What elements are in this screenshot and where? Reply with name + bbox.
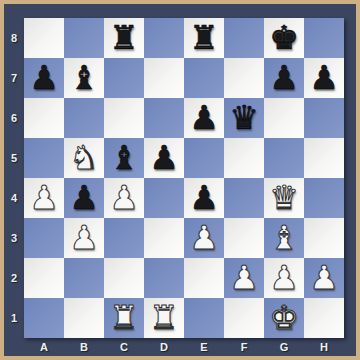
square-a6[interactable]: [24, 98, 64, 138]
square-d4[interactable]: [144, 178, 184, 218]
black-pawn-icon: ♟: [309, 61, 339, 94]
file-label-e: E: [184, 338, 224, 356]
white-knight-icon: ♞: [69, 141, 99, 174]
square-g4[interactable]: ♛: [264, 178, 304, 218]
square-a8[interactable]: [24, 18, 64, 58]
square-a4[interactable]: ♟: [24, 178, 64, 218]
square-b8[interactable]: [64, 18, 104, 58]
white-pawn-icon: ♟: [269, 261, 299, 294]
black-rook-icon: ♜: [109, 21, 139, 54]
square-h4[interactable]: [304, 178, 344, 218]
rank-labels: 87654321: [4, 18, 24, 338]
square-e4[interactable]: ♟: [184, 178, 224, 218]
white-pawn-icon: ♟: [69, 221, 99, 254]
file-label-g: G: [264, 338, 304, 356]
square-g3[interactable]: ♝: [264, 218, 304, 258]
file-label-d: D: [144, 338, 184, 356]
black-bishop-icon: ♝: [69, 61, 99, 94]
white-pawn-icon: ♟: [229, 261, 259, 294]
white-pawn-icon: ♟: [189, 221, 219, 254]
black-pawn-icon: ♟: [189, 181, 219, 214]
square-d3[interactable]: [144, 218, 184, 258]
file-label-f: F: [224, 338, 264, 356]
square-c2[interactable]: [104, 258, 144, 298]
black-bishop-icon: ♝: [109, 141, 139, 174]
black-pawn-icon: ♟: [69, 181, 99, 214]
file-label-c: C: [104, 338, 144, 356]
square-g5[interactable]: [264, 138, 304, 178]
square-e6[interactable]: ♟: [184, 98, 224, 138]
rank-label-5: 5: [4, 138, 24, 178]
square-b7[interactable]: ♝: [64, 58, 104, 98]
square-d2[interactable]: [144, 258, 184, 298]
square-e7[interactable]: [184, 58, 224, 98]
rank-label-2: 2: [4, 258, 24, 298]
square-d1[interactable]: ♜: [144, 298, 184, 338]
square-d8[interactable]: [144, 18, 184, 58]
square-g8[interactable]: ♚: [264, 18, 304, 58]
white-rook-icon: ♜: [149, 301, 179, 334]
square-g6[interactable]: [264, 98, 304, 138]
square-h5[interactable]: [304, 138, 344, 178]
rank-label-7: 7: [4, 58, 24, 98]
square-a7[interactable]: ♟: [24, 58, 64, 98]
square-c7[interactable]: [104, 58, 144, 98]
chess-diagram: 87654321 ♜♜♚♟♝♟♟♟♛♞♝♟♟♟♟♟♛♟♟♝♟♟♟♜♜♚ ABCD…: [0, 0, 360, 360]
square-f5[interactable]: [224, 138, 264, 178]
rank-label-4: 4: [4, 178, 24, 218]
square-d6[interactable]: [144, 98, 184, 138]
square-a1[interactable]: [24, 298, 64, 338]
black-pawn-icon: ♟: [149, 141, 179, 174]
square-d7[interactable]: [144, 58, 184, 98]
square-h2[interactable]: ♟: [304, 258, 344, 298]
square-f6[interactable]: ♛: [224, 98, 264, 138]
black-rook-icon: ♜: [189, 21, 219, 54]
square-f7[interactable]: [224, 58, 264, 98]
square-g2[interactable]: ♟: [264, 258, 304, 298]
square-b1[interactable]: [64, 298, 104, 338]
square-h7[interactable]: ♟: [304, 58, 344, 98]
square-b6[interactable]: [64, 98, 104, 138]
square-e5[interactable]: [184, 138, 224, 178]
file-label-h: H: [304, 338, 344, 356]
square-b5[interactable]: ♞: [64, 138, 104, 178]
square-e8[interactable]: ♜: [184, 18, 224, 58]
file-label-b: B: [64, 338, 104, 356]
black-king-icon: ♚: [269, 21, 299, 54]
square-g1[interactable]: ♚: [264, 298, 304, 338]
black-pawn-icon: ♟: [29, 61, 59, 94]
square-d5[interactable]: ♟: [144, 138, 184, 178]
square-f3[interactable]: [224, 218, 264, 258]
square-b3[interactable]: ♟: [64, 218, 104, 258]
square-e3[interactable]: ♟: [184, 218, 224, 258]
square-f4[interactable]: [224, 178, 264, 218]
square-a2[interactable]: [24, 258, 64, 298]
square-e2[interactable]: [184, 258, 224, 298]
square-c3[interactable]: [104, 218, 144, 258]
square-a5[interactable]: [24, 138, 64, 178]
square-f2[interactable]: ♟: [224, 258, 264, 298]
file-label-a: A: [24, 338, 64, 356]
white-rook-icon: ♜: [109, 301, 139, 334]
rank-label-3: 3: [4, 218, 24, 258]
square-b4[interactable]: ♟: [64, 178, 104, 218]
rank-label-8: 8: [4, 18, 24, 58]
black-pawn-icon: ♟: [269, 61, 299, 94]
square-e1[interactable]: [184, 298, 224, 338]
square-g7[interactable]: ♟: [264, 58, 304, 98]
square-f8[interactable]: [224, 18, 264, 58]
square-h3[interactable]: [304, 218, 344, 258]
white-bishop-icon: ♝: [269, 221, 299, 254]
file-labels: ABCDEFGH: [24, 338, 344, 356]
square-f1[interactable]: [224, 298, 264, 338]
white-king-icon: ♚: [269, 301, 299, 334]
white-pawn-icon: ♟: [109, 181, 139, 214]
square-h6[interactable]: [304, 98, 344, 138]
black-pawn-icon: ♟: [189, 101, 219, 134]
square-c6[interactable]: [104, 98, 144, 138]
rank-label-1: 1: [4, 298, 24, 338]
white-pawn-icon: ♟: [309, 261, 339, 294]
square-c8[interactable]: ♜: [104, 18, 144, 58]
square-b2[interactable]: [64, 258, 104, 298]
white-pawn-icon: ♟: [29, 181, 59, 214]
square-h8[interactable]: [304, 18, 344, 58]
square-c5[interactable]: ♝: [104, 138, 144, 178]
square-h1[interactable]: [304, 298, 344, 338]
board: ♜♜♚♟♝♟♟♟♛♞♝♟♟♟♟♟♛♟♟♝♟♟♟♜♜♚: [24, 18, 344, 338]
square-a3[interactable]: [24, 218, 64, 258]
white-queen-icon: ♛: [269, 181, 299, 214]
black-queen-icon: ♛: [229, 101, 259, 134]
rank-label-6: 6: [4, 98, 24, 138]
square-c1[interactable]: ♜: [104, 298, 144, 338]
square-c4[interactable]: ♟: [104, 178, 144, 218]
